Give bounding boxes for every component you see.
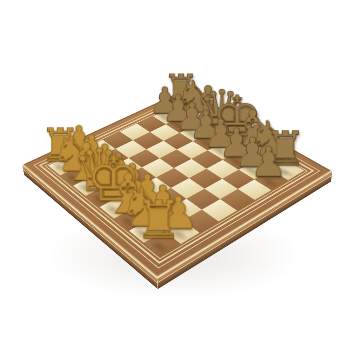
scene-tilt: ♜♞♝♛♚♝♞♜♟♟♟♟♟♟♟♟♟♟♟♟♟♟♟♟♜♞♝♛♚♝♞♜ <box>0 0 352 352</box>
chess-board: ♜♞♝♛♚♝♞♜♟♟♟♟♟♟♟♟♟♟♟♟♟♟♟♟♜♞♝♛♚♝♞♜ <box>22 89 332 278</box>
board-top-surface: ♜♞♝♛♚♝♞♜♟♟♟♟♟♟♟♟♟♟♟♟♟♟♟♟♜♞♝♛♚♝♞♜ <box>22 89 332 278</box>
black-pawn-h7: ♟ <box>222 142 316 181</box>
square-h1: ♜ <box>144 231 180 256</box>
chess-set-photo: ♜♞♝♛♚♝♞♜♟♟♟♟♟♟♟♟♟♟♟♟♟♟♟♟♜♞♝♛♚♝♞♜ <box>0 0 352 352</box>
white-rook-h1: ♜ <box>107 196 210 246</box>
square-h7: ♟ <box>255 170 288 190</box>
board-grid: ♜♞♝♛♚♝♞♜♟♟♟♟♟♟♟♟♟♟♟♟♟♟♟♟♜♞♝♛♚♝♞♜ <box>48 101 304 256</box>
perspective-stage: ♜♞♝♛♚♝♞♜♟♟♟♟♟♟♟♟♟♟♟♟♟♟♟♟♜♞♝♛♚♝♞♜ <box>0 0 352 352</box>
